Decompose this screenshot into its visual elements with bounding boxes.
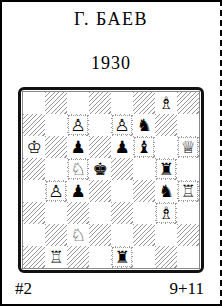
square-a2 — [23, 224, 45, 246]
square-f1 — [133, 246, 155, 268]
piece-wP-c7: ♙ — [68, 115, 88, 135]
square-d3 — [89, 202, 111, 224]
square-a6: ♔ — [23, 136, 45, 158]
square-h5 — [177, 158, 199, 180]
square-a1 — [23, 246, 45, 268]
square-b5 — [45, 158, 67, 180]
piece-wR-b1: ♖ — [46, 247, 66, 267]
square-d5: ♚ — [89, 158, 111, 180]
square-h4: ♖ — [177, 180, 199, 202]
piece-bP-c6: ♟ — [68, 137, 88, 157]
square-h3 — [177, 202, 199, 224]
square-f8 — [133, 92, 155, 114]
square-h8 — [177, 92, 199, 114]
piece-bR-g5: ♜ — [156, 159, 176, 179]
piece-bP-e6: ♟ — [112, 137, 132, 157]
square-g2 — [155, 224, 177, 246]
square-c8 — [67, 92, 89, 114]
square-c3 — [67, 202, 89, 224]
year: 1930 — [2, 54, 220, 72]
square-g1 — [155, 246, 177, 268]
square-a5 — [23, 158, 45, 180]
square-e6: ♟ — [111, 136, 133, 158]
square-a3 — [23, 202, 45, 224]
stipulation-label: #2 — [15, 280, 32, 297]
square-d4 — [89, 180, 111, 202]
square-b6 — [45, 136, 67, 158]
square-b1: ♖ — [45, 246, 67, 268]
square-b7 — [45, 114, 67, 136]
square-a4 — [23, 180, 45, 202]
square-e3 — [111, 202, 133, 224]
piece-bP-c4: ♟ — [68, 181, 88, 201]
material-count: 9+11 — [170, 280, 204, 297]
square-g3: ♗ — [155, 202, 177, 224]
piece-wK-a6: ♔ — [24, 137, 44, 157]
square-f6: ♝ — [133, 136, 155, 158]
piece-wN-c5: ♘ — [68, 159, 88, 179]
piece-wB-g3: ♗ — [156, 203, 176, 223]
square-e7: ♙ — [111, 114, 133, 136]
caption-row: #2 9+11 — [2, 280, 220, 297]
piece-bN-g4: ♞ — [156, 181, 176, 201]
square-h2 — [177, 224, 199, 246]
board-frame: ♗♙♙♞♔♟♟♝♕♘♚♜♙♟♞♖♗♘♖♜ — [18, 87, 204, 273]
square-f3 — [133, 202, 155, 224]
piece-wP-e7: ♙ — [112, 115, 132, 135]
square-b2 — [45, 224, 67, 246]
square-d6 — [89, 136, 111, 158]
square-d1 — [89, 246, 111, 268]
chess-board: ♗♙♙♞♔♟♟♝♕♘♚♜♙♟♞♖♗♘♖♜ — [22, 91, 200, 269]
piece-bB-f6: ♝ — [134, 137, 154, 157]
square-c2: ♘ — [67, 224, 89, 246]
square-d7 — [89, 114, 111, 136]
square-h6: ♕ — [177, 136, 199, 158]
square-c1 — [67, 246, 89, 268]
piece-bR-e1: ♜ — [112, 247, 132, 267]
square-f2 — [133, 224, 155, 246]
piece-wB-g8: ♗ — [156, 93, 176, 113]
square-f5 — [133, 158, 155, 180]
square-h1 — [177, 246, 199, 268]
square-a8 — [23, 92, 45, 114]
square-b8 — [45, 92, 67, 114]
piece-wN-c2: ♘ — [68, 225, 88, 245]
square-f7: ♞ — [133, 114, 155, 136]
piece-wP-b4: ♙ — [46, 181, 66, 201]
square-b4: ♙ — [45, 180, 67, 202]
piece-wQ-h6: ♕ — [178, 137, 198, 157]
square-d2 — [89, 224, 111, 246]
square-g7 — [155, 114, 177, 136]
square-e2 — [111, 224, 133, 246]
square-c6: ♟ — [67, 136, 89, 158]
square-b3 — [45, 202, 67, 224]
square-e5 — [111, 158, 133, 180]
square-f4 — [133, 180, 155, 202]
square-e8 — [111, 92, 133, 114]
square-d8 — [89, 92, 111, 114]
square-h7 — [177, 114, 199, 136]
square-g8: ♗ — [155, 92, 177, 114]
piece-wR-h4: ♖ — [178, 181, 198, 201]
square-g4: ♞ — [155, 180, 177, 202]
square-a7 — [23, 114, 45, 136]
square-c7: ♙ — [67, 114, 89, 136]
square-e1: ♜ — [111, 246, 133, 268]
problem-diagram-page: Г. БАЕВ 1930 ♗♙♙♞♔♟♟♝♕♘♚♜♙♟♞♖♗♘♖♜ #2 9+1… — [0, 0, 222, 306]
square-e4 — [111, 180, 133, 202]
square-c4: ♟ — [67, 180, 89, 202]
piece-bK-d5: ♚ — [90, 159, 110, 179]
composer-name: Г. БАЕВ — [2, 10, 220, 28]
square-g6 — [155, 136, 177, 158]
square-g5: ♜ — [155, 158, 177, 180]
piece-bN-f7: ♞ — [134, 115, 154, 135]
square-c5: ♘ — [67, 158, 89, 180]
